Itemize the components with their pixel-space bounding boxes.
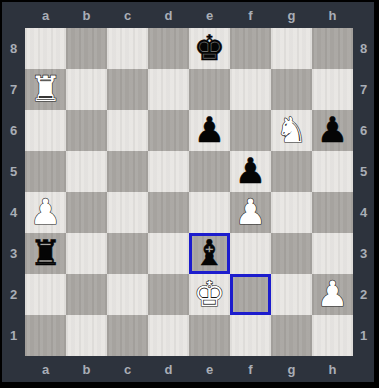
square-a6[interactable] <box>25 110 66 151</box>
coordinate-label-d: d <box>148 2 189 28</box>
square-b4[interactable] <box>66 192 107 233</box>
coordinate-label-3: 3 <box>353 233 374 274</box>
square-c7[interactable] <box>107 69 148 110</box>
square-f6[interactable] <box>230 110 271 151</box>
coordinate-label-f: f <box>230 356 271 382</box>
square-c1[interactable] <box>107 315 148 356</box>
square-d4[interactable] <box>148 192 189 233</box>
square-f7[interactable] <box>230 69 271 110</box>
coordinate-label-a: a <box>25 2 66 28</box>
square-a7[interactable]: ♜ <box>25 69 66 110</box>
square-g1[interactable] <box>271 315 312 356</box>
file-labels-top: abcdefgh <box>25 2 353 28</box>
square-c3[interactable] <box>107 233 148 274</box>
coordinate-label-2: 2 <box>353 274 374 315</box>
square-g7[interactable] <box>271 69 312 110</box>
square-d3[interactable] <box>148 233 189 274</box>
rank-labels-left: 87654321 <box>2 28 25 356</box>
square-g8[interactable] <box>271 28 312 69</box>
coordinate-label-8: 8 <box>353 28 374 69</box>
square-g6[interactable]: ♞ <box>271 110 312 151</box>
square-h1[interactable] <box>312 315 353 356</box>
chess-board: ♚♜♟♞♟♟♟♟♜♝♚♟ <box>25 28 353 356</box>
coordinate-label-5: 5 <box>2 151 25 192</box>
coordinate-label-6: 6 <box>353 110 374 151</box>
coordinate-label-c: c <box>107 356 148 382</box>
coordinate-label-4: 4 <box>353 192 374 233</box>
square-g4[interactable] <box>271 192 312 233</box>
square-f8[interactable] <box>230 28 271 69</box>
piece-white-knight[interactable]: ♞ <box>271 110 312 151</box>
square-c4[interactable] <box>107 192 148 233</box>
square-e6[interactable]: ♟ <box>189 110 230 151</box>
coordinate-label-e: e <box>189 2 230 28</box>
chess-app: { "game": "chess", "position": { "fen": … <box>0 0 379 388</box>
square-d6[interactable] <box>148 110 189 151</box>
square-a8[interactable] <box>25 28 66 69</box>
coordinate-label-f: f <box>230 2 271 28</box>
coordinate-label-h: h <box>312 356 353 382</box>
square-e4[interactable] <box>189 192 230 233</box>
coordinate-label-7: 7 <box>353 69 374 110</box>
piece-white-rook[interactable]: ♜ <box>25 69 66 110</box>
square-c6[interactable] <box>107 110 148 151</box>
coordinate-label-7: 7 <box>2 69 25 110</box>
piece-black-bishop[interactable]: ♝ <box>189 233 230 274</box>
square-f4[interactable]: ♟ <box>230 192 271 233</box>
piece-black-pawn[interactable]: ♟ <box>312 110 353 151</box>
square-c8[interactable] <box>107 28 148 69</box>
square-g5[interactable] <box>271 151 312 192</box>
square-e7[interactable] <box>189 69 230 110</box>
piece-white-pawn[interactable]: ♟ <box>25 192 66 233</box>
square-h6[interactable]: ♟ <box>312 110 353 151</box>
coordinate-label-c: c <box>107 2 148 28</box>
square-b8[interactable] <box>66 28 107 69</box>
square-d2[interactable] <box>148 274 189 315</box>
coordinate-label-2: 2 <box>2 274 25 315</box>
coordinate-label-d: d <box>148 356 189 382</box>
square-f1[interactable] <box>230 315 271 356</box>
square-e8[interactable]: ♚ <box>189 28 230 69</box>
square-h8[interactable] <box>312 28 353 69</box>
piece-black-rook[interactable]: ♜ <box>25 233 66 274</box>
coordinate-label-5: 5 <box>353 151 374 192</box>
coordinate-label-e: e <box>189 356 230 382</box>
coordinate-label-8: 8 <box>2 28 25 69</box>
square-b5[interactable] <box>66 151 107 192</box>
square-f2[interactable] <box>230 274 271 315</box>
square-g3[interactable] <box>271 233 312 274</box>
coordinate-label-3: 3 <box>2 233 25 274</box>
piece-black-pawn[interactable]: ♟ <box>189 110 230 151</box>
square-h7[interactable] <box>312 69 353 110</box>
board-frame: abcdefgh 87654321 ♚♜♟♞♟♟♟♟♜♝♚♟ 87654321 … <box>2 2 374 382</box>
square-b1[interactable] <box>66 315 107 356</box>
coordinate-label-h: h <box>312 2 353 28</box>
piece-black-king[interactable]: ♚ <box>189 28 230 69</box>
square-h5[interactable] <box>312 151 353 192</box>
square-c5[interactable] <box>107 151 148 192</box>
square-a2[interactable] <box>25 274 66 315</box>
square-e5[interactable] <box>189 151 230 192</box>
square-f3[interactable] <box>230 233 271 274</box>
piece-white-king[interactable]: ♚ <box>189 274 230 315</box>
square-e2[interactable]: ♚ <box>189 274 230 315</box>
square-h2[interactable]: ♟ <box>312 274 353 315</box>
square-b2[interactable] <box>66 274 107 315</box>
coordinate-label-6: 6 <box>2 110 25 151</box>
square-d5[interactable] <box>148 151 189 192</box>
coordinate-label-g: g <box>271 2 312 28</box>
piece-white-pawn[interactable]: ♟ <box>312 274 353 315</box>
square-b6[interactable] <box>66 110 107 151</box>
square-b7[interactable] <box>66 69 107 110</box>
coordinate-label-b: b <box>66 356 107 382</box>
square-d8[interactable] <box>148 28 189 69</box>
coordinate-label-a: a <box>25 356 66 382</box>
coordinate-label-g: g <box>271 356 312 382</box>
rank-labels-right: 87654321 <box>353 28 374 356</box>
square-e1[interactable] <box>189 315 230 356</box>
piece-white-pawn[interactable]: ♟ <box>230 192 271 233</box>
coordinate-label-4: 4 <box>2 192 25 233</box>
square-g2[interactable] <box>271 274 312 315</box>
square-a5[interactable] <box>25 151 66 192</box>
square-h4[interactable] <box>312 192 353 233</box>
square-d7[interactable] <box>148 69 189 110</box>
file-labels-bottom: abcdefgh <box>25 356 353 382</box>
piece-black-pawn[interactable]: ♟ <box>230 151 271 192</box>
coordinate-label-1: 1 <box>2 315 25 356</box>
square-e3[interactable]: ♝ <box>189 233 230 274</box>
square-a1[interactable] <box>25 315 66 356</box>
coordinate-label-1: 1 <box>353 315 374 356</box>
square-c2[interactable] <box>107 274 148 315</box>
coordinate-label-b: b <box>66 2 107 28</box>
square-d1[interactable] <box>148 315 189 356</box>
square-f5[interactable]: ♟ <box>230 151 271 192</box>
square-a4[interactable]: ♟ <box>25 192 66 233</box>
square-a3[interactable]: ♜ <box>25 233 66 274</box>
square-b3[interactable] <box>66 233 107 274</box>
square-h3[interactable] <box>312 233 353 274</box>
